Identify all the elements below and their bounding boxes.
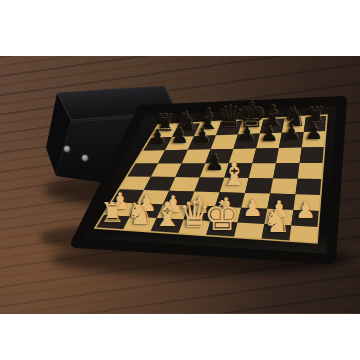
photo-matte-bottom — [0, 314, 360, 360]
photo-matte-top — [0, 0, 360, 56]
photo-stage: ♜♞♝♚♛♝♞♜♟♟♟♟♟♟♟♟♝♟♟♟♟♟♟♟♟♜♞♝♛♚♞ — [0, 0, 360, 360]
box-snap-button — [64, 146, 71, 153]
box-snap-button — [82, 155, 89, 162]
